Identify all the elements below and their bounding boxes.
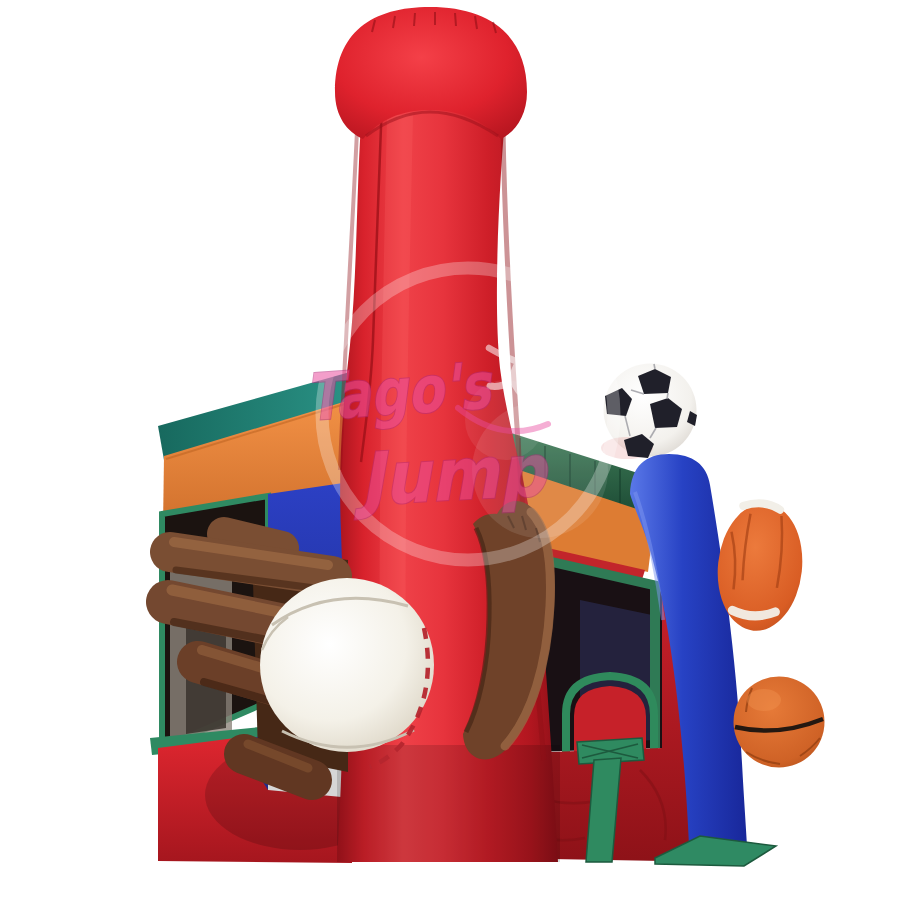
bounce-house-photo: Tago's Jump xyxy=(0,0,900,900)
watermark-line1: Tago's xyxy=(304,348,496,435)
bat-base-shading xyxy=(337,745,560,862)
scene-svg: Tago's Jump xyxy=(0,0,900,900)
basketball xyxy=(734,677,825,768)
basketball-highlight xyxy=(747,689,781,711)
baseball-body xyxy=(260,578,434,752)
watermark-line2: Jump xyxy=(350,428,551,522)
